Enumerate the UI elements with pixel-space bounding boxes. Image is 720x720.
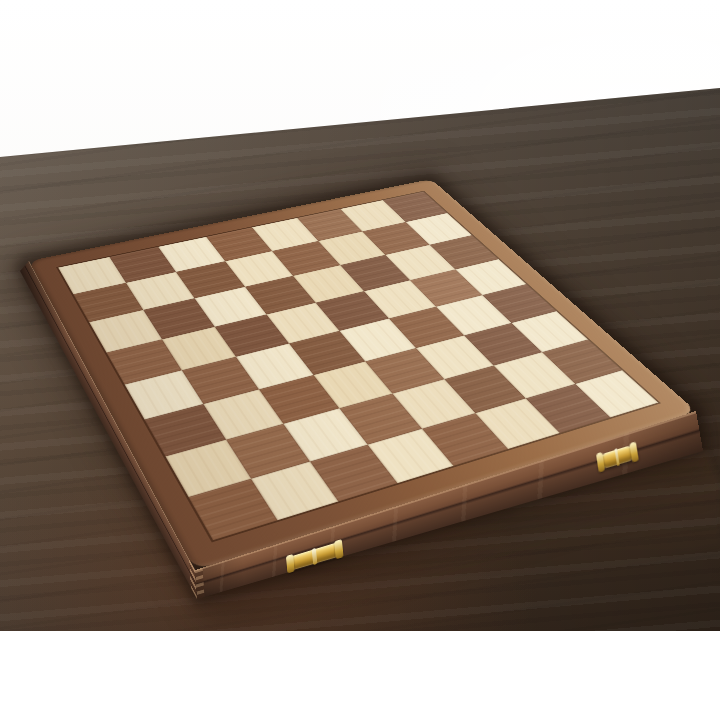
brass-clasp-pin (614, 448, 620, 466)
product-photo-folding-chessboard (0, 0, 720, 720)
finger-joint-corner (195, 568, 205, 599)
brass-clasp-pin (311, 548, 317, 566)
brass-clasp-far (599, 444, 636, 470)
white-bottom-margin (0, 631, 720, 720)
